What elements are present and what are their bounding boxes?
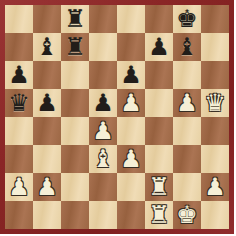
square-b1[interactable] bbox=[33, 201, 61, 229]
square-c7[interactable]: ♜ bbox=[61, 33, 89, 61]
square-a7[interactable] bbox=[5, 33, 33, 61]
square-h1[interactable] bbox=[201, 201, 229, 229]
square-b3[interactable] bbox=[33, 145, 61, 173]
piece-black-pawn-a6[interactable]: ♟ bbox=[5, 61, 33, 89]
square-h3[interactable] bbox=[201, 145, 229, 173]
board-frame: ♜♚♝♜♟♝♟♟♛♟♟♟♟♛♟♝♟♟♟♜♟♜♚ bbox=[0, 0, 234, 234]
square-b6[interactable] bbox=[33, 61, 61, 89]
piece-black-bishop-b7[interactable]: ♝ bbox=[33, 33, 61, 61]
square-h5[interactable]: ♛ bbox=[201, 89, 229, 117]
square-d5[interactable]: ♟ bbox=[89, 89, 117, 117]
square-g5[interactable]: ♟ bbox=[173, 89, 201, 117]
board-inner-edge: ♜♚♝♜♟♝♟♟♛♟♟♟♟♛♟♝♟♟♟♜♟♜♚ bbox=[5, 5, 229, 229]
piece-white-pawn-a2[interactable]: ♟ bbox=[5, 173, 33, 201]
piece-white-pawn-d4[interactable]: ♟ bbox=[89, 117, 117, 145]
piece-black-pawn-f7[interactable]: ♟ bbox=[145, 33, 173, 61]
square-e6[interactable]: ♟ bbox=[117, 61, 145, 89]
square-e5[interactable]: ♟ bbox=[117, 89, 145, 117]
piece-white-rook-f1[interactable]: ♜ bbox=[145, 201, 173, 229]
square-f2[interactable]: ♜ bbox=[145, 173, 173, 201]
square-d4[interactable]: ♟ bbox=[89, 117, 117, 145]
square-a3[interactable] bbox=[5, 145, 33, 173]
square-b4[interactable] bbox=[33, 117, 61, 145]
square-g2[interactable] bbox=[173, 173, 201, 201]
square-c6[interactable] bbox=[61, 61, 89, 89]
piece-black-king-g8[interactable]: ♚ bbox=[173, 5, 201, 33]
square-h6[interactable] bbox=[201, 61, 229, 89]
square-c8[interactable]: ♜ bbox=[61, 5, 89, 33]
piece-white-rook-f2[interactable]: ♜ bbox=[145, 173, 173, 201]
square-d6[interactable] bbox=[89, 61, 117, 89]
square-g7[interactable]: ♝ bbox=[173, 33, 201, 61]
square-g8[interactable]: ♚ bbox=[173, 5, 201, 33]
piece-white-bishop-d3[interactable]: ♝ bbox=[89, 145, 117, 173]
piece-black-rook-c8[interactable]: ♜ bbox=[61, 5, 89, 33]
square-a2[interactable]: ♟ bbox=[5, 173, 33, 201]
square-d8[interactable] bbox=[89, 5, 117, 33]
piece-white-king-g1[interactable]: ♚ bbox=[173, 201, 201, 229]
square-d7[interactable] bbox=[89, 33, 117, 61]
square-e3[interactable]: ♟ bbox=[117, 145, 145, 173]
square-b8[interactable] bbox=[33, 5, 61, 33]
square-a5[interactable]: ♛ bbox=[5, 89, 33, 117]
square-e1[interactable] bbox=[117, 201, 145, 229]
square-e2[interactable] bbox=[117, 173, 145, 201]
square-h8[interactable] bbox=[201, 5, 229, 33]
square-e7[interactable] bbox=[117, 33, 145, 61]
piece-white-pawn-h2[interactable]: ♟ bbox=[201, 173, 229, 201]
square-f4[interactable] bbox=[145, 117, 173, 145]
piece-black-pawn-e6[interactable]: ♟ bbox=[117, 61, 145, 89]
piece-black-rook-c7[interactable]: ♜ bbox=[61, 33, 89, 61]
piece-white-pawn-e3[interactable]: ♟ bbox=[117, 145, 145, 173]
piece-white-pawn-e5[interactable]: ♟ bbox=[117, 89, 145, 117]
square-f3[interactable] bbox=[145, 145, 173, 173]
piece-black-pawn-b5[interactable]: ♟ bbox=[33, 89, 61, 117]
square-a6[interactable]: ♟ bbox=[5, 61, 33, 89]
piece-white-pawn-b2[interactable]: ♟ bbox=[33, 173, 61, 201]
square-b5[interactable]: ♟ bbox=[33, 89, 61, 117]
square-c5[interactable] bbox=[61, 89, 89, 117]
square-f6[interactable] bbox=[145, 61, 173, 89]
square-c3[interactable] bbox=[61, 145, 89, 173]
square-g4[interactable] bbox=[173, 117, 201, 145]
square-e8[interactable] bbox=[117, 5, 145, 33]
square-d2[interactable] bbox=[89, 173, 117, 201]
square-e4[interactable] bbox=[117, 117, 145, 145]
square-h2[interactable]: ♟ bbox=[201, 173, 229, 201]
piece-white-queen-h5[interactable]: ♛ bbox=[201, 89, 229, 117]
piece-black-pawn-d5[interactable]: ♟ bbox=[89, 89, 117, 117]
square-d3[interactable]: ♝ bbox=[89, 145, 117, 173]
square-a8[interactable] bbox=[5, 5, 33, 33]
square-h7[interactable] bbox=[201, 33, 229, 61]
square-h4[interactable] bbox=[201, 117, 229, 145]
square-c4[interactable] bbox=[61, 117, 89, 145]
chess-board: ♜♚♝♜♟♝♟♟♛♟♟♟♟♛♟♝♟♟♟♜♟♜♚ bbox=[5, 5, 229, 229]
square-c1[interactable] bbox=[61, 201, 89, 229]
piece-white-pawn-g5[interactable]: ♟ bbox=[173, 89, 201, 117]
square-f7[interactable]: ♟ bbox=[145, 33, 173, 61]
square-f1[interactable]: ♜ bbox=[145, 201, 173, 229]
square-c2[interactable] bbox=[61, 173, 89, 201]
square-f5[interactable] bbox=[145, 89, 173, 117]
square-a4[interactable] bbox=[5, 117, 33, 145]
piece-black-queen-a5[interactable]: ♛ bbox=[5, 89, 33, 117]
square-b2[interactable]: ♟ bbox=[33, 173, 61, 201]
square-a1[interactable] bbox=[5, 201, 33, 229]
square-f8[interactable] bbox=[145, 5, 173, 33]
square-g1[interactable]: ♚ bbox=[173, 201, 201, 229]
square-b7[interactable]: ♝ bbox=[33, 33, 61, 61]
square-g3[interactable] bbox=[173, 145, 201, 173]
square-g6[interactable] bbox=[173, 61, 201, 89]
square-d1[interactable] bbox=[89, 201, 117, 229]
piece-black-bishop-g7[interactable]: ♝ bbox=[173, 33, 201, 61]
